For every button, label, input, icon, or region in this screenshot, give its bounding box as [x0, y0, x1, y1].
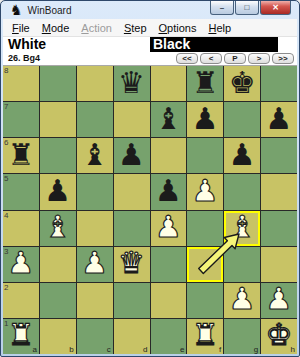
- square-b4[interactable]: ♝: [40, 211, 76, 246]
- rank-label-7: 7: [4, 102, 8, 111]
- square-b2[interactable]: [40, 283, 76, 318]
- square-h3[interactable]: [261, 247, 297, 282]
- square-c2[interactable]: [77, 283, 113, 318]
- square-d1[interactable]: d: [114, 319, 150, 354]
- rank-label-2: 2: [4, 283, 8, 292]
- square-d4[interactable]: [114, 211, 150, 246]
- square-c6[interactable]: ♝: [77, 138, 113, 173]
- window-controls: – □ ✕: [209, 1, 291, 15]
- square-e2[interactable]: [151, 283, 187, 318]
- square-e6[interactable]: [151, 138, 187, 173]
- black-rook: ♜: [192, 68, 219, 98]
- square-b1[interactable]: b: [40, 319, 76, 354]
- menu-item-step[interactable]: Step: [118, 22, 153, 34]
- square-g7[interactable]: [224, 102, 260, 137]
- square-h4[interactable]: [261, 211, 297, 246]
- black-pawn: ♟: [192, 104, 219, 134]
- square-f7[interactable]: ♟: [187, 102, 223, 137]
- black-queen: ♛: [118, 68, 145, 98]
- square-a7[interactable]: 7: [3, 102, 39, 137]
- black-pawn: ♟: [266, 104, 293, 134]
- square-a3[interactable]: 3♟: [3, 247, 39, 282]
- white-queen: ♛: [118, 248, 145, 278]
- square-d6[interactable]: ♟: [114, 138, 150, 173]
- square-a4[interactable]: 4: [3, 211, 39, 246]
- black-pawn: ♟: [229, 140, 256, 170]
- white-king: ♚: [266, 320, 293, 350]
- nav-forward-button[interactable]: >: [248, 53, 270, 64]
- square-f2[interactable]: [187, 283, 223, 318]
- window-title: WinBoard: [28, 5, 72, 16]
- square-e7[interactable]: ♝: [151, 102, 187, 137]
- white-pawn: ♟: [266, 284, 293, 314]
- current-move-text: 26. Bg4: [8, 53, 40, 63]
- white-pawn: ♟: [81, 248, 108, 278]
- square-h6[interactable]: [261, 138, 297, 173]
- black-rook: ♜: [7, 140, 34, 170]
- menu-bar: FileModeActionStepOptionsHelp: [3, 19, 297, 37]
- white-pawn: ♟: [192, 176, 219, 206]
- black-pawn: ♟: [44, 176, 71, 206]
- rank-label-5: 5: [4, 174, 8, 183]
- file-label-g: g: [254, 345, 258, 354]
- square-d2[interactable]: [114, 283, 150, 318]
- square-b5[interactable]: ♟: [40, 174, 76, 209]
- white-pawn: ♟: [229, 284, 256, 314]
- square-c3[interactable]: ♟: [77, 247, 113, 282]
- white-bishop: ♝: [44, 212, 71, 242]
- white-rook: ♜: [192, 320, 219, 350]
- square-d3[interactable]: ♛: [114, 247, 150, 282]
- nav-pause-button[interactable]: P: [224, 53, 246, 64]
- black-king: ♚: [229, 68, 256, 98]
- menu-item-action: Action: [75, 22, 118, 34]
- square-f1[interactable]: f♜: [187, 319, 223, 354]
- menu-item-mode[interactable]: Mode: [36, 22, 76, 34]
- square-f8[interactable]: ♜: [187, 66, 223, 101]
- file-label-c: c: [107, 345, 111, 354]
- square-e4[interactable]: ♟: [151, 211, 187, 246]
- menu-item-help[interactable]: Help: [202, 22, 237, 34]
- file-label-b: b: [69, 345, 73, 354]
- square-c1[interactable]: c: [77, 319, 113, 354]
- square-d7[interactable]: [114, 102, 150, 137]
- square-g6[interactable]: ♟: [224, 138, 260, 173]
- maximize-button[interactable]: □: [235, 1, 259, 15]
- square-f6[interactable]: [187, 138, 223, 173]
- close-button[interactable]: ✕: [260, 1, 291, 15]
- black-pawn: ♟: [155, 176, 182, 206]
- square-e5[interactable]: ♟: [151, 174, 187, 209]
- nav-back-button[interactable]: <: [200, 53, 222, 64]
- nav-buttons: <<<P>>>: [176, 53, 294, 64]
- square-g4[interactable]: ♝: [224, 211, 260, 246]
- black-pawn: ♟: [118, 140, 145, 170]
- winboard-window: ♞ WinBoard – □ ✕ FileModeActionStepOptio…: [0, 0, 300, 357]
- file-label-e: e: [180, 345, 184, 354]
- black-bishop: ♝: [155, 104, 182, 134]
- square-f5[interactable]: ♟: [187, 174, 223, 209]
- square-e8[interactable]: [151, 66, 187, 101]
- white-pawn: ♟: [7, 248, 34, 278]
- square-e1[interactable]: e: [151, 319, 187, 354]
- nav-to-start-button[interactable]: <<: [176, 53, 198, 64]
- square-g3[interactable]: [224, 247, 260, 282]
- square-h8[interactable]: [261, 66, 297, 101]
- square-a1[interactable]: 1a♜: [3, 319, 39, 354]
- board-area: 8♛♜♚7♝♟♟6♜♝♟♟5♟♟♟4♝♟♝3♟♟♛2♟♟1a♜bcdef♜gh♚: [3, 66, 297, 354]
- move-nav-row: 26. Bg4 <<<P>>>: [3, 53, 297, 66]
- file-label-d: d: [143, 345, 147, 354]
- square-d5[interactable]: [114, 174, 150, 209]
- square-a2[interactable]: 2: [3, 283, 39, 318]
- square-g8[interactable]: ♚: [224, 66, 260, 101]
- square-c8[interactable]: [77, 66, 113, 101]
- square-c7[interactable]: [77, 102, 113, 137]
- square-d8[interactable]: ♛: [114, 66, 150, 101]
- square-b7[interactable]: [40, 102, 76, 137]
- square-a5[interactable]: 5: [3, 174, 39, 209]
- white-pawn: ♟: [155, 212, 182, 242]
- nav-to-end-button[interactable]: >>: [272, 53, 294, 64]
- rank-label-4: 4: [4, 211, 8, 220]
- square-h7[interactable]: ♟: [261, 102, 297, 137]
- black-bishop: ♝: [81, 140, 108, 170]
- file-label-f: f: [219, 345, 221, 354]
- player-bar: White Black: [3, 37, 297, 53]
- square-h2[interactable]: ♟: [261, 283, 297, 318]
- white-bishop: ♝: [229, 212, 256, 242]
- square-g1[interactable]: g: [224, 319, 260, 354]
- square-f4[interactable]: [187, 211, 223, 246]
- title-bar[interactable]: ♞ WinBoard – □ ✕: [3, 1, 297, 19]
- white-player-label: White: [8, 36, 46, 52]
- black-player-label: Black: [150, 37, 278, 52]
- square-c4[interactable]: [77, 211, 113, 246]
- white-rook: ♜: [7, 320, 34, 350]
- square-b8[interactable]: [40, 66, 76, 101]
- rank-label-8: 8: [4, 66, 8, 75]
- square-a8[interactable]: 8: [3, 66, 39, 101]
- square-c5[interactable]: [77, 174, 113, 209]
- square-g5[interactable]: [224, 174, 260, 209]
- square-g2[interactable]: ♟: [224, 283, 260, 318]
- square-h5[interactable]: [261, 174, 297, 209]
- chess-board: 8♛♜♚7♝♟♟6♜♝♟♟5♟♟♟4♝♟♝3♟♟♛2♟♟1a♜bcdef♜gh♚: [3, 66, 297, 354]
- square-e3[interactable]: [151, 247, 187, 282]
- knight-icon: ♞: [10, 3, 23, 17]
- minimize-button[interactable]: –: [210, 1, 234, 15]
- window-content: FileModeActionStepOptionsHelp White Blac…: [3, 19, 297, 354]
- menu-item-options[interactable]: Options: [153, 22, 203, 34]
- menu-item-file[interactable]: File: [6, 22, 36, 34]
- square-a6[interactable]: 6♜: [3, 138, 39, 173]
- square-h1[interactable]: h♚: [261, 319, 297, 354]
- square-f3[interactable]: [187, 247, 223, 282]
- square-b6[interactable]: [40, 138, 76, 173]
- square-b3[interactable]: [40, 247, 76, 282]
